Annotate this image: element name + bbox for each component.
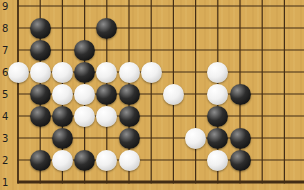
black-stone <box>119 128 140 149</box>
black-stone <box>230 128 251 149</box>
black-stone <box>30 150 51 171</box>
white-stone <box>119 150 140 171</box>
black-stone <box>30 18 51 39</box>
black-stone <box>52 128 73 149</box>
white-stone <box>207 150 228 171</box>
row-label: 8 <box>2 23 15 34</box>
white-stone <box>96 62 117 83</box>
white-stone <box>74 106 95 127</box>
black-stone <box>30 84 51 105</box>
row-label: 7 <box>2 45 15 56</box>
white-stone <box>8 62 29 83</box>
black-stone <box>96 84 117 105</box>
white-stone <box>52 84 73 105</box>
white-stone <box>96 150 117 171</box>
row-label: 3 <box>2 133 15 144</box>
black-stone <box>74 150 95 171</box>
white-stone <box>119 62 140 83</box>
row-label: 5 <box>2 89 15 100</box>
row-label: 9 <box>2 1 15 12</box>
black-stone <box>207 106 228 127</box>
white-stone <box>52 62 73 83</box>
black-stone <box>96 18 117 39</box>
white-stone <box>207 84 228 105</box>
white-stone <box>96 106 117 127</box>
black-stone <box>30 40 51 61</box>
row-label: 1 <box>2 177 15 188</box>
white-stone <box>141 62 162 83</box>
black-stone <box>230 84 251 105</box>
white-stone <box>163 84 184 105</box>
black-stone <box>230 150 251 171</box>
black-stone <box>52 106 73 127</box>
black-stone <box>74 62 95 83</box>
go-board[interactable]: 987654321 <box>0 0 304 190</box>
white-stone <box>185 128 206 149</box>
black-stone <box>74 40 95 61</box>
black-stone <box>207 128 228 149</box>
row-label: 4 <box>2 111 15 122</box>
black-stone <box>119 106 140 127</box>
black-stone <box>119 84 140 105</box>
black-stone <box>30 106 51 127</box>
white-stone <box>74 84 95 105</box>
white-stone <box>30 62 51 83</box>
white-stone <box>207 62 228 83</box>
row-label: 2 <box>2 155 15 166</box>
white-stone <box>52 150 73 171</box>
